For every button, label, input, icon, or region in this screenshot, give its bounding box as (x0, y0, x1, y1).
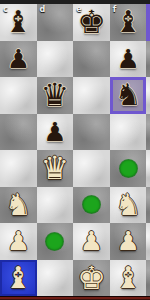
white-pawn-piece[interactable]: ♟ (110, 223, 147, 260)
square-e8[interactable]: e♚ (73, 4, 110, 41)
black-pawn-piece[interactable]: ♟ (37, 114, 74, 151)
white-bishop-piece[interactable]: ♝ (110, 260, 147, 297)
black-bishop-piece[interactable]: ♝ (110, 4, 147, 41)
square-c4[interactable] (0, 150, 37, 187)
square-d4[interactable]: ♛ (37, 150, 74, 187)
bottom-red-bar (0, 296, 150, 300)
square-g3[interactable] (146, 187, 150, 224)
square-g7[interactable] (146, 41, 150, 78)
square-f7[interactable]: ♟ (110, 41, 147, 78)
square-e5[interactable] (73, 114, 110, 151)
square-g4[interactable] (146, 150, 150, 187)
chess-app-screen: c♝de♚f♝♟♟♛♞♟♛♞♞♟♟♟♝♚♝ (0, 0, 150, 300)
square-e1[interactable]: ♚ (73, 260, 110, 297)
white-pawn-piece[interactable]: ♟ (73, 223, 110, 260)
black-pawn-piece[interactable]: ♟ (0, 41, 37, 78)
square-c2[interactable]: ♟ (0, 223, 37, 260)
square-d6[interactable]: ♛ (37, 77, 74, 114)
square-e7[interactable] (73, 41, 110, 78)
square-e3[interactable] (73, 187, 110, 224)
square-e2[interactable]: ♟ (73, 223, 110, 260)
white-knight-piece[interactable]: ♞ (0, 187, 37, 224)
square-c7[interactable]: ♟ (0, 41, 37, 78)
legal-move-dot[interactable] (46, 233, 63, 250)
square-f3[interactable]: ♞ (110, 187, 147, 224)
square-c6[interactable] (0, 77, 37, 114)
square-e4[interactable] (73, 150, 110, 187)
square-c3[interactable]: ♞ (0, 187, 37, 224)
square-c8[interactable]: c♝ (0, 4, 37, 41)
file-label-d: d (40, 5, 46, 15)
square-f5[interactable] (110, 114, 147, 151)
black-pawn-piece[interactable]: ♟ (110, 41, 147, 78)
square-c1[interactable]: ♝ (0, 260, 37, 297)
white-queen-piece[interactable]: ♛ (37, 150, 74, 187)
square-g1[interactable] (146, 260, 150, 297)
square-e6[interactable] (73, 77, 110, 114)
black-bishop-piece[interactable]: ♝ (0, 4, 37, 41)
square-g8[interactable] (146, 4, 150, 41)
white-bishop-piece[interactable]: ♝ (0, 260, 37, 297)
square-f2[interactable]: ♟ (110, 223, 147, 260)
legal-move-dot[interactable] (83, 196, 100, 213)
square-d1[interactable] (37, 260, 74, 297)
square-c5[interactable] (0, 114, 37, 151)
square-d2[interactable] (37, 223, 74, 260)
square-d3[interactable] (37, 187, 74, 224)
square-f8[interactable]: f♝ (110, 4, 147, 41)
square-d5[interactable]: ♟ (37, 114, 74, 151)
black-knight-piece[interactable]: ♞ (110, 77, 147, 114)
square-f4[interactable] (110, 150, 147, 187)
square-f1[interactable]: ♝ (110, 260, 147, 297)
square-d8[interactable]: d (37, 4, 74, 41)
square-f6[interactable]: ♞ (110, 77, 147, 114)
square-d7[interactable] (37, 41, 74, 78)
square-g5[interactable] (146, 114, 150, 151)
legal-move-dot[interactable] (120, 160, 137, 177)
white-king-piece[interactable]: ♚ (73, 260, 110, 297)
white-pawn-piece[interactable]: ♟ (0, 223, 37, 260)
square-g6[interactable] (146, 77, 150, 114)
black-king-piece[interactable]: ♚ (73, 4, 110, 41)
square-g2[interactable] (146, 223, 150, 260)
black-queen-piece[interactable]: ♛ (37, 77, 74, 114)
chess-board: c♝de♚f♝♟♟♛♞♟♛♞♞♟♟♟♝♚♝ (0, 4, 150, 296)
white-knight-piece[interactable]: ♞ (110, 187, 147, 224)
